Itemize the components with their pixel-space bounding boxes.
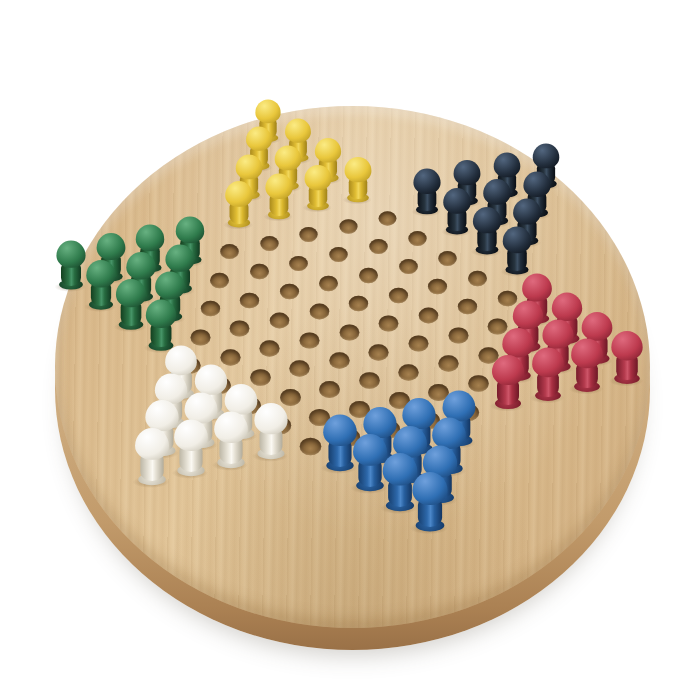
peg-head <box>503 226 531 253</box>
peg-head <box>166 244 195 271</box>
hole[interactable] <box>428 279 447 294</box>
peg-head <box>523 171 550 197</box>
peg-head <box>532 347 564 377</box>
hole[interactable] <box>280 284 299 299</box>
hole[interactable] <box>359 267 378 282</box>
hole[interactable] <box>359 372 380 389</box>
peg-head <box>116 279 146 307</box>
hole[interactable] <box>389 287 408 302</box>
peg-head <box>96 233 125 260</box>
hole[interactable] <box>418 307 438 323</box>
hole[interactable] <box>299 227 317 242</box>
peg-head <box>522 273 552 301</box>
peg-blue[interactable] <box>409 472 451 531</box>
peg-red[interactable] <box>608 331 645 384</box>
hole[interactable] <box>210 272 229 287</box>
hole[interactable] <box>409 231 427 246</box>
peg-black[interactable] <box>441 188 474 234</box>
hole[interactable] <box>299 437 321 455</box>
peg-white[interactable] <box>211 411 251 468</box>
hole[interactable] <box>260 341 280 357</box>
peg-head <box>611 331 642 360</box>
hole[interactable] <box>220 349 240 365</box>
peg-head <box>86 260 115 288</box>
hole[interactable] <box>290 361 310 377</box>
hole[interactable] <box>438 251 456 266</box>
hole[interactable] <box>299 332 319 348</box>
hole[interactable] <box>270 312 290 328</box>
hole[interactable] <box>260 236 278 251</box>
peg-black[interactable] <box>411 168 443 214</box>
peg-head <box>512 300 542 329</box>
peg-red[interactable] <box>489 355 527 409</box>
peg-head <box>493 152 520 177</box>
peg-red[interactable] <box>569 339 607 392</box>
peg-head <box>176 216 204 243</box>
hole[interactable] <box>468 271 487 286</box>
peg-red[interactable] <box>529 347 567 400</box>
peg-head <box>315 138 341 163</box>
peg-yellow[interactable] <box>302 165 334 210</box>
peg-head <box>246 127 272 151</box>
peg-head <box>135 428 169 460</box>
hole[interactable] <box>290 256 309 271</box>
peg-head <box>483 179 511 205</box>
hole[interactable] <box>319 276 338 291</box>
peg-head <box>414 168 441 194</box>
peg-head <box>513 199 541 225</box>
hole[interactable] <box>230 321 250 337</box>
hole[interactable] <box>329 247 347 262</box>
peg-head <box>136 225 164 252</box>
hole[interactable] <box>379 316 399 332</box>
peg-white[interactable] <box>251 403 291 459</box>
peg-head <box>454 160 481 185</box>
hole[interactable] <box>309 304 329 320</box>
peg-head <box>145 299 175 328</box>
hole[interactable] <box>438 356 458 372</box>
peg-head <box>533 144 560 169</box>
peg-yellow[interactable] <box>342 157 374 202</box>
hole[interactable] <box>448 327 468 343</box>
peg-head <box>473 207 501 233</box>
peg-head <box>236 154 263 179</box>
peg-head <box>285 118 311 142</box>
peg-head <box>265 173 292 199</box>
hole[interactable] <box>399 364 419 380</box>
hole[interactable] <box>200 301 219 317</box>
hole[interactable] <box>458 299 477 315</box>
peg-head <box>492 355 524 385</box>
peg-head <box>275 146 302 171</box>
peg-head <box>156 271 186 299</box>
hole[interactable] <box>399 259 418 274</box>
peg-white[interactable] <box>171 420 211 477</box>
hole[interactable] <box>379 211 397 225</box>
peg-head <box>256 99 281 123</box>
hole[interactable] <box>369 239 387 254</box>
hole[interactable] <box>319 381 340 398</box>
hole[interactable] <box>409 336 429 352</box>
peg-head <box>225 181 253 207</box>
peg-head <box>344 157 371 182</box>
peg-head <box>254 403 287 434</box>
peg-white[interactable] <box>132 428 172 485</box>
peg-yellow[interactable] <box>263 173 295 219</box>
peg-head <box>412 472 447 505</box>
peg-yellow[interactable] <box>223 181 256 227</box>
hole[interactable] <box>329 352 349 368</box>
hole[interactable] <box>190 329 210 345</box>
peg-head <box>214 411 248 443</box>
photo-background <box>0 0 700 700</box>
peg-head <box>175 420 209 452</box>
peg-green[interactable] <box>143 299 179 350</box>
peg-black[interactable] <box>470 207 503 255</box>
peg-head <box>126 252 155 280</box>
hole[interactable] <box>240 292 259 308</box>
peg-head <box>56 241 85 268</box>
hole[interactable] <box>250 264 269 279</box>
peg-head <box>572 339 604 369</box>
hole[interactable] <box>220 244 238 259</box>
peg-black[interactable] <box>500 226 534 274</box>
board <box>55 106 650 628</box>
hole[interactable] <box>349 296 368 312</box>
peg-head <box>305 165 332 190</box>
hole[interactable] <box>339 219 357 234</box>
hole[interactable] <box>369 344 389 360</box>
peg-head <box>444 188 472 214</box>
hole[interactable] <box>339 324 359 340</box>
